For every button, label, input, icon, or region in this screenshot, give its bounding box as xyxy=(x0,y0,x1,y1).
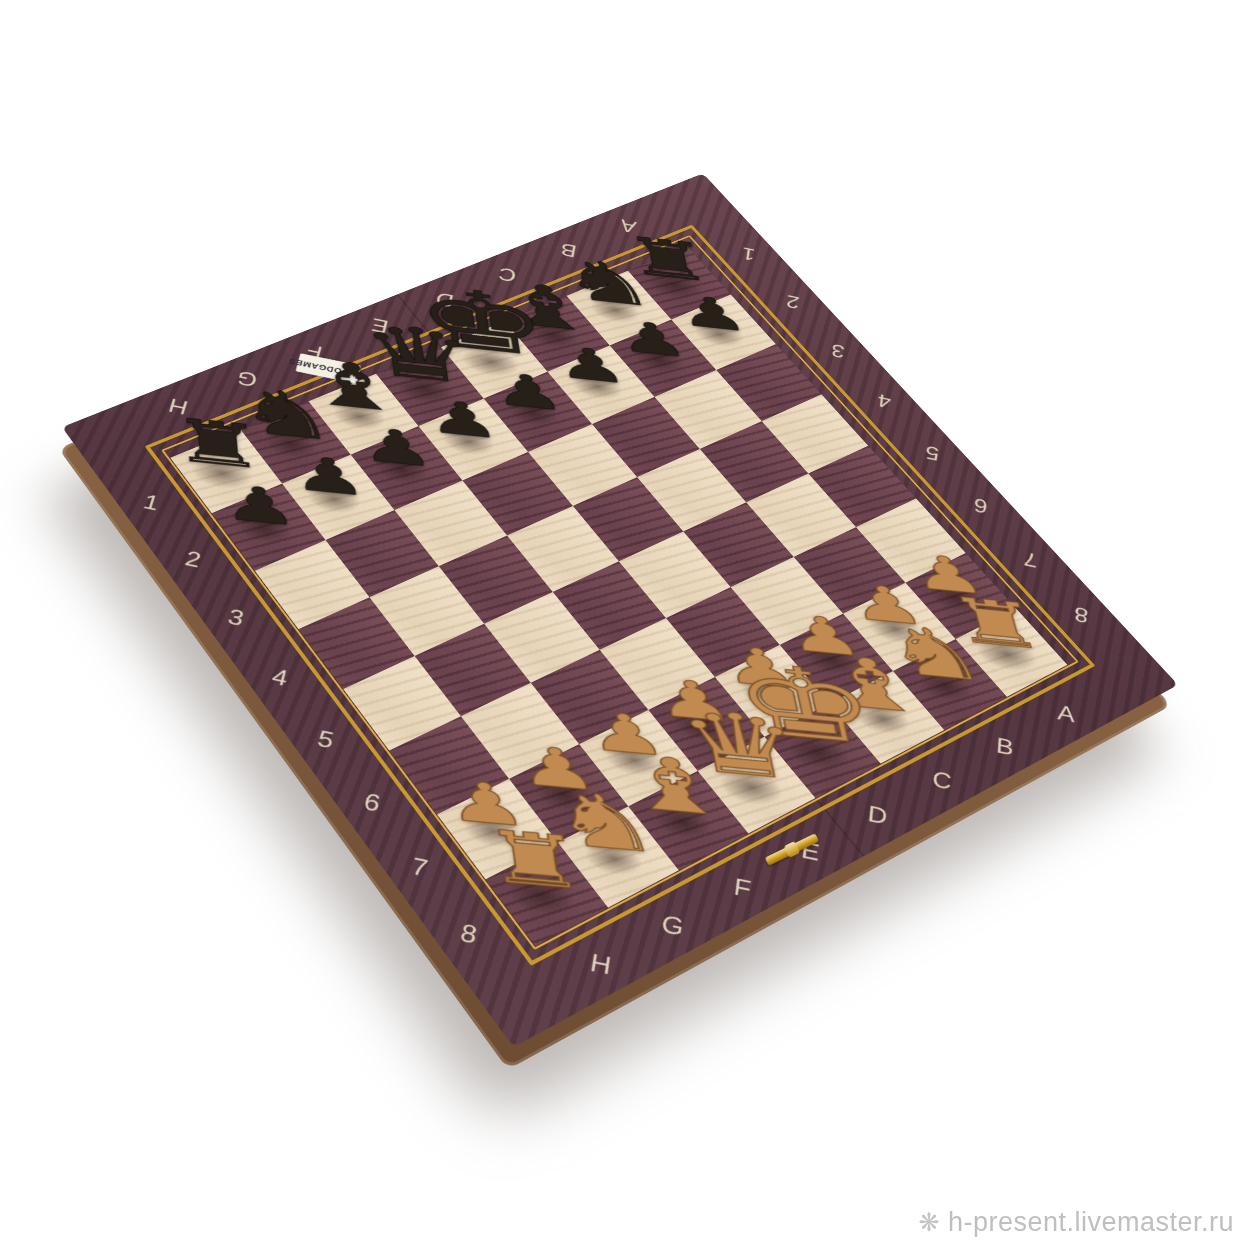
r-glyph: ♜ xyxy=(444,817,625,904)
board-top-surface: 1122334455667788AABBCCDDEEFFGGHH WOODGAM… xyxy=(62,173,1178,1047)
watermark-text: h-present.livemaster.ru xyxy=(948,1207,1234,1237)
rosette-icon: ❋ xyxy=(918,1208,939,1236)
board-scene: 1122334455667788AABBCCDDEEFFGGHH WOODGAM… xyxy=(0,0,1250,1250)
watermark: ❋h-present.livemaster.ru xyxy=(918,1207,1234,1238)
chess-board: 1122334455667788AABBCCDDEEFFGGHH WOODGAM… xyxy=(62,173,1178,1047)
photo-stage: 1122334455667788AABBCCDDEEFFGGHH WOODGAM… xyxy=(0,0,1250,1250)
pieces-layer: ♜♟♟♜♞♟♟♞♝♟♟♝♚♟♟♚♛♟♟♛♝♟♟♝♞♟♟♞♜♟♟♜ xyxy=(62,173,1178,1047)
